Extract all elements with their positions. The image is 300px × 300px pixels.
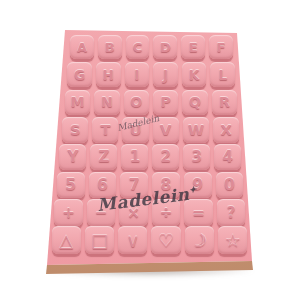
- mould-row-3: MNOPQR: [65, 90, 237, 115]
- mold-cell-x: X: [213, 117, 239, 143]
- mold-cell-b: B: [98, 35, 122, 59]
- mold-cell-question-mark: ?: [217, 199, 246, 226]
- mold-cell-j: J: [153, 62, 178, 87]
- mold-cell-i: I: [125, 62, 150, 87]
- mold-cell-c: C: [126, 35, 150, 59]
- product-photo-silicone-mould: ABCDEFGHIJKLMNOPQRSTUVWXYZ1234567890+−×÷…: [0, 0, 300, 300]
- mold-cell-a: A: [70, 35, 94, 59]
- mold-cell-h: H: [96, 62, 121, 87]
- mould-row-1: ABCDEF: [70, 35, 233, 59]
- mold-cell-2: 2: [152, 144, 179, 170]
- mold-cell-d: D: [153, 35, 177, 59]
- mold-cell-e: E: [181, 35, 205, 59]
- mold-cell-heart: ♡: [151, 226, 180, 254]
- mold-cell-square: □: [85, 226, 114, 254]
- mold-cell-chevron-down: ∨: [118, 226, 147, 254]
- mold-cell-n: N: [94, 90, 119, 115]
- mold-cell-4: 4: [214, 144, 241, 170]
- mold-cell-t: T: [92, 117, 118, 143]
- mold-cell-5: 5: [57, 172, 85, 199]
- sparkle-icon: ✦: [188, 184, 197, 195]
- mold-cell-f: F: [209, 35, 233, 59]
- mould-row-8: △□∨♡☽☆: [52, 226, 248, 254]
- mold-cell-p: P: [153, 90, 178, 115]
- mold-cell-star: ☆: [218, 226, 247, 254]
- mould-row-5: YZ1234: [59, 144, 241, 170]
- mould-row-2: GHIJKL: [67, 62, 235, 87]
- mold-cell-k: K: [182, 62, 207, 87]
- mold-cell-3: 3: [183, 144, 210, 170]
- mold-cell-g: G: [67, 62, 92, 87]
- mold-cell-m: M: [65, 90, 90, 115]
- mold-cell-s: S: [62, 117, 88, 143]
- mold-cell-r: R: [212, 90, 237, 115]
- mold-cell-o: O: [124, 90, 149, 115]
- mold-cell-crescent-moon: ☽: [185, 226, 214, 254]
- mold-cell-l: L: [210, 62, 235, 87]
- mold-cell-triangle: △: [52, 226, 81, 254]
- mold-cell-y: Y: [59, 144, 86, 170]
- mold-cell-z: Z: [90, 144, 117, 170]
- mold-cell-q: Q: [182, 90, 207, 115]
- mold-cell-w: W: [183, 117, 209, 143]
- mold-cell-plus: +: [54, 199, 83, 226]
- mold-cell-0: 0: [216, 172, 244, 199]
- mold-cell-1: 1: [121, 144, 148, 170]
